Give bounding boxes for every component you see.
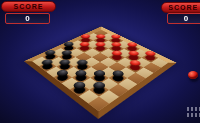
right-score-banner: SCORE: [161, 2, 200, 13]
red-piece[interactable]: [126, 41, 139, 48]
left-score-display: 0: [5, 13, 50, 24]
off-board-red-piece[interactable]: [188, 71, 198, 79]
game-background: SCORE 0 SCORE 0: [0, 0, 200, 123]
left-score-banner: SCORE: [1, 1, 56, 12]
red-piece[interactable]: [143, 50, 157, 58]
checkers-board: [24, 26, 177, 119]
black-piece[interactable]: [62, 41, 75, 48]
board-grid: [32, 30, 168, 111]
cutoff-text-fragment: [187, 107, 200, 111]
black-piece[interactable]: [75, 58, 90, 66]
cutoff-text-fragment: [187, 113, 200, 117]
red-piece[interactable]: [110, 34, 123, 40]
right-score-display: 0: [167, 13, 200, 24]
black-piece[interactable]: [60, 49, 74, 57]
